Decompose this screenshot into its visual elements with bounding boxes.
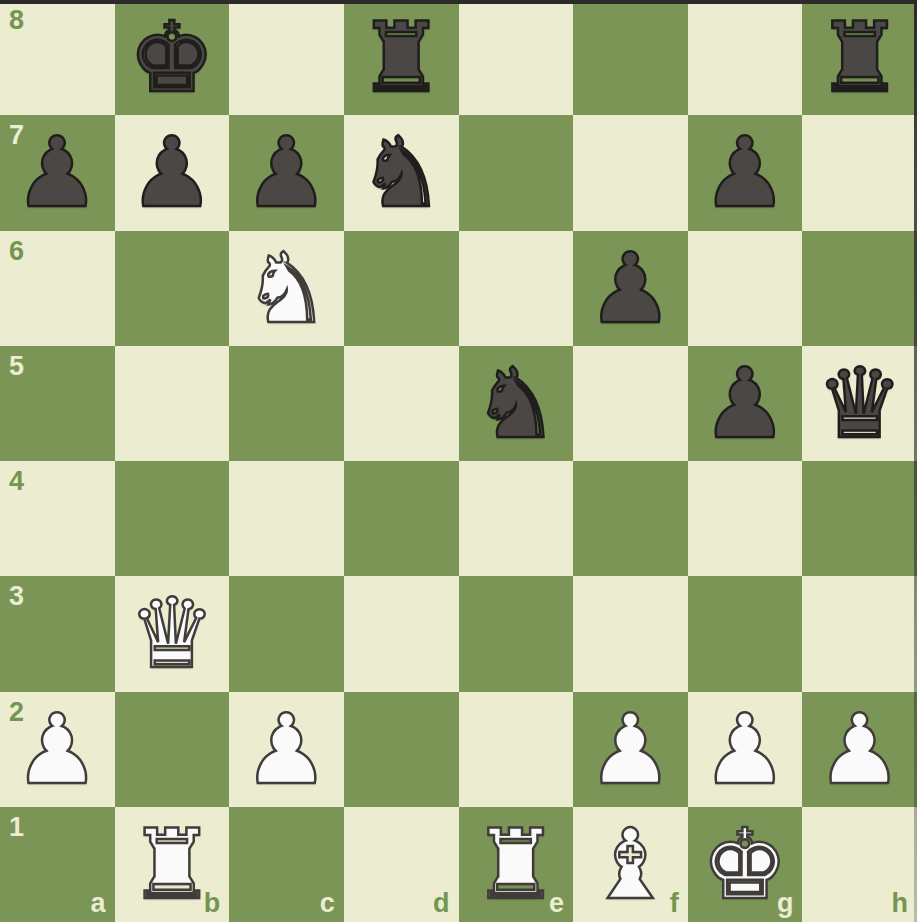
square-a2[interactable]: 2♟ bbox=[0, 692, 115, 807]
piece-white-pawn[interactable]: ♟ bbox=[229, 692, 344, 807]
square-c5[interactable] bbox=[229, 346, 344, 461]
square-a5[interactable]: 5 bbox=[0, 346, 115, 461]
square-g6[interactable] bbox=[688, 231, 803, 346]
square-c8[interactable] bbox=[229, 0, 344, 115]
piece-black-rook[interactable]: ♜ bbox=[802, 0, 917, 115]
square-h6[interactable] bbox=[802, 231, 917, 346]
square-f5[interactable] bbox=[573, 346, 688, 461]
file-label-d: d bbox=[433, 890, 450, 917]
square-f3[interactable] bbox=[573, 576, 688, 691]
piece-white-pawn[interactable]: ♟ bbox=[688, 692, 803, 807]
square-c4[interactable] bbox=[229, 461, 344, 576]
square-h4[interactable] bbox=[802, 461, 917, 576]
square-b6[interactable] bbox=[115, 231, 230, 346]
square-h7[interactable] bbox=[802, 115, 917, 230]
file-label-a: a bbox=[91, 890, 106, 917]
square-e4[interactable] bbox=[459, 461, 574, 576]
square-f8[interactable] bbox=[573, 0, 688, 115]
square-g8[interactable] bbox=[688, 0, 803, 115]
rank-label-4: 4 bbox=[9, 468, 24, 495]
square-e8[interactable] bbox=[459, 0, 574, 115]
square-e6[interactable] bbox=[459, 231, 574, 346]
square-b8[interactable]: ♚ bbox=[115, 0, 230, 115]
square-a1[interactable]: 1a bbox=[0, 807, 115, 922]
square-e7[interactable] bbox=[459, 115, 574, 230]
rank-label-8: 8 bbox=[9, 7, 24, 34]
piece-black-pawn[interactable]: ♟ bbox=[115, 115, 230, 230]
square-h2[interactable]: ♟ bbox=[802, 692, 917, 807]
square-g2[interactable]: ♟ bbox=[688, 692, 803, 807]
rank-label-5: 5 bbox=[9, 353, 24, 380]
square-c3[interactable] bbox=[229, 576, 344, 691]
square-h3[interactable] bbox=[802, 576, 917, 691]
rank-label-1: 1 bbox=[9, 814, 24, 841]
square-b7[interactable]: ♟ bbox=[115, 115, 230, 230]
piece-white-pawn[interactable]: ♟ bbox=[802, 692, 917, 807]
file-label-h: h bbox=[892, 890, 909, 917]
square-b2[interactable] bbox=[115, 692, 230, 807]
square-d5[interactable] bbox=[344, 346, 459, 461]
square-e5[interactable]: ♞ bbox=[459, 346, 574, 461]
piece-white-pawn[interactable]: ♟ bbox=[0, 692, 115, 807]
rank-label-3: 3 bbox=[9, 583, 24, 610]
piece-white-king[interactable]: ♚ bbox=[688, 807, 803, 922]
file-label-c: c bbox=[320, 890, 335, 917]
piece-black-knight[interactable]: ♞ bbox=[344, 115, 459, 230]
square-b5[interactable] bbox=[115, 346, 230, 461]
piece-white-rook[interactable]: ♜ bbox=[115, 807, 230, 922]
piece-black-knight[interactable]: ♞ bbox=[459, 346, 574, 461]
piece-black-pawn[interactable]: ♟ bbox=[573, 231, 688, 346]
square-c2[interactable]: ♟ bbox=[229, 692, 344, 807]
square-d7[interactable]: ♞ bbox=[344, 115, 459, 230]
piece-black-pawn[interactable]: ♟ bbox=[229, 115, 344, 230]
piece-black-pawn[interactable]: ♟ bbox=[0, 115, 115, 230]
square-a4[interactable]: 4 bbox=[0, 461, 115, 576]
piece-black-pawn[interactable]: ♟ bbox=[688, 115, 803, 230]
piece-black-pawn[interactable]: ♟ bbox=[688, 346, 803, 461]
square-f6[interactable]: ♟ bbox=[573, 231, 688, 346]
piece-white-knight[interactable]: ♞ bbox=[229, 231, 344, 346]
square-h5[interactable]: ♛ bbox=[802, 346, 917, 461]
square-d4[interactable] bbox=[344, 461, 459, 576]
chess-board[interactable]: 8♚♜♜7♟♟♟♞♟6♞♟5♞♟♛43♛2♟♟♟♟♟1ab♜cde♜f♝g♚h bbox=[0, 0, 917, 922]
square-d3[interactable] bbox=[344, 576, 459, 691]
square-g7[interactable]: ♟ bbox=[688, 115, 803, 230]
square-g4[interactable] bbox=[688, 461, 803, 576]
square-b4[interactable] bbox=[115, 461, 230, 576]
window-top-edge bbox=[0, 0, 917, 4]
chess-board-area: 8♚♜♜7♟♟♟♞♟6♞♟5♞♟♛43♛2♟♟♟♟♟1ab♜cde♜f♝g♚h bbox=[0, 0, 917, 922]
square-c1[interactable]: c bbox=[229, 807, 344, 922]
square-e2[interactable] bbox=[459, 692, 574, 807]
piece-black-queen[interactable]: ♛ bbox=[802, 346, 917, 461]
square-d2[interactable] bbox=[344, 692, 459, 807]
square-a7[interactable]: 7♟ bbox=[0, 115, 115, 230]
square-d6[interactable] bbox=[344, 231, 459, 346]
square-e1[interactable]: e♜ bbox=[459, 807, 574, 922]
square-h1[interactable]: h bbox=[802, 807, 917, 922]
square-c7[interactable]: ♟ bbox=[229, 115, 344, 230]
square-h8[interactable]: ♜ bbox=[802, 0, 917, 115]
piece-white-rook[interactable]: ♜ bbox=[459, 807, 574, 922]
square-c6[interactable]: ♞ bbox=[229, 231, 344, 346]
square-f4[interactable] bbox=[573, 461, 688, 576]
piece-white-pawn[interactable]: ♟ bbox=[573, 692, 688, 807]
piece-black-rook[interactable]: ♜ bbox=[344, 0, 459, 115]
piece-white-bishop[interactable]: ♝ bbox=[573, 807, 688, 922]
square-f7[interactable] bbox=[573, 115, 688, 230]
square-g1[interactable]: g♚ bbox=[688, 807, 803, 922]
rank-label-6: 6 bbox=[9, 238, 24, 265]
piece-white-queen[interactable]: ♛ bbox=[115, 576, 230, 691]
square-g3[interactable] bbox=[688, 576, 803, 691]
square-b1[interactable]: b♜ bbox=[115, 807, 230, 922]
square-a8[interactable]: 8 bbox=[0, 0, 115, 115]
square-f2[interactable]: ♟ bbox=[573, 692, 688, 807]
square-g5[interactable]: ♟ bbox=[688, 346, 803, 461]
square-e3[interactable] bbox=[459, 576, 574, 691]
square-b3[interactable]: ♛ bbox=[115, 576, 230, 691]
piece-black-king[interactable]: ♚ bbox=[115, 0, 230, 115]
square-a6[interactable]: 6 bbox=[0, 231, 115, 346]
square-d1[interactable]: d bbox=[344, 807, 459, 922]
square-d8[interactable]: ♜ bbox=[344, 0, 459, 115]
square-a3[interactable]: 3 bbox=[0, 576, 115, 691]
square-f1[interactable]: f♝ bbox=[573, 807, 688, 922]
